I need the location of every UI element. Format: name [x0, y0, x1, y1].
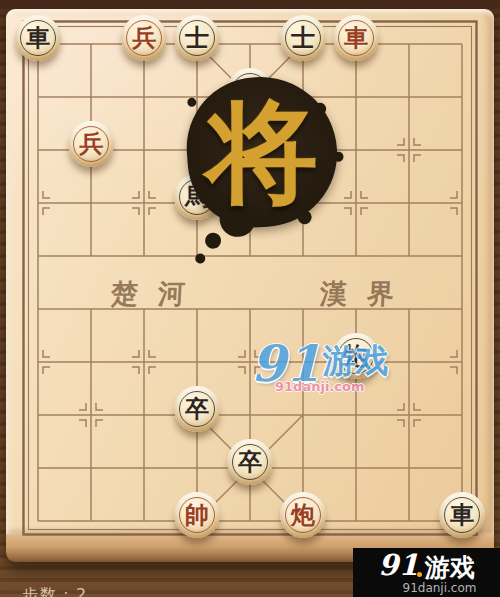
piece-glyph: 車	[15, 15, 61, 61]
corner-logo-row: 91 游戏	[378, 551, 474, 580]
piece-glyph: 士	[280, 15, 326, 61]
piece-glyph: 兵	[68, 121, 114, 167]
piece-glyph: 車	[333, 15, 379, 61]
piece-glyph: 炮	[333, 333, 379, 379]
piece-glyph: 兵	[121, 15, 167, 61]
corner-logo-bar: 91 游戏 91danji.com	[353, 548, 500, 597]
piece-glyph: 士	[174, 15, 220, 61]
piece-glyph: 帥	[174, 492, 220, 538]
piece-black-chariot[interactable]: 車	[15, 15, 61, 61]
piece-black-chariot[interactable]: 車	[439, 492, 485, 538]
corner-brand-number: 91	[378, 551, 418, 580]
piece-red-soldier[interactable]: 兵	[68, 121, 114, 167]
piece-black-advisor[interactable]: 士	[280, 15, 326, 61]
check-text: 将	[187, 77, 337, 227]
piece-black-soldier[interactable]: 卒	[174, 386, 220, 432]
corner-brand-name: 游戏	[425, 555, 475, 580]
piece-glyph: 炮	[280, 492, 326, 538]
piece-red-cannon[interactable]: 炮	[280, 492, 326, 538]
piece-black-advisor[interactable]: 士	[174, 15, 220, 61]
piece-red-chariot[interactable]: 車	[333, 15, 379, 61]
piece-red-general[interactable]: 帥	[174, 492, 220, 538]
check-announcement-splash: 将	[182, 72, 342, 232]
piece-black-soldier[interactable]: 卒	[227, 439, 273, 485]
piece-black-cannon[interactable]: 炮	[333, 333, 379, 379]
piece-glyph: 車	[439, 492, 485, 538]
game-screen: 楚河 漢界 車兵士士車將兵馬炮卒卒帥炮車 将 91游戏 91danji.com …	[0, 0, 500, 597]
step-counter: 步数：2	[22, 585, 88, 597]
logo-dot-icon	[417, 572, 422, 577]
piece-red-soldier[interactable]: 兵	[121, 15, 167, 61]
corner-site-url: 91danji.com	[403, 582, 477, 594]
piece-glyph: 卒	[174, 386, 220, 432]
piece-glyph: 卒	[227, 439, 273, 485]
